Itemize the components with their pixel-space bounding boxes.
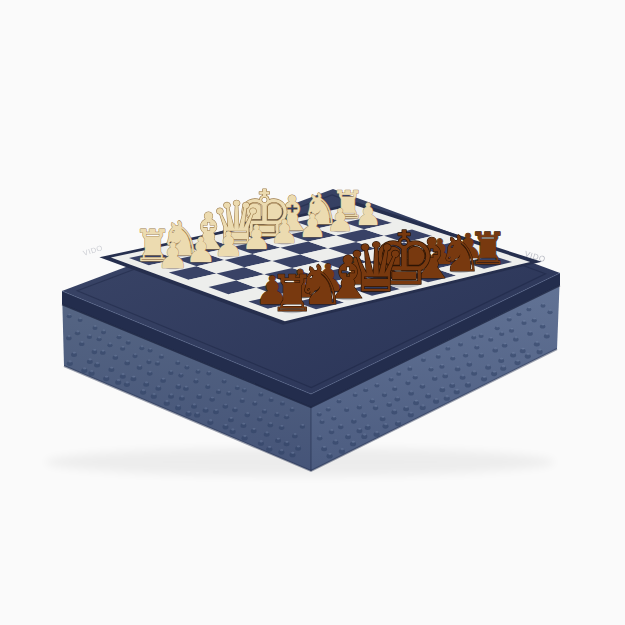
piece-white-p-e2: ♟ [270, 213, 299, 251]
piece-white-p-a2: ♟ [157, 235, 189, 276]
piece-white-p-c2: ♟ [213, 224, 243, 264]
piece-black-r-a8: ♜ [270, 264, 315, 323]
product-photo-chess-set: VIDOVIDO♜♞♟♝♟♚♟♛♟♝♟♞♟♟♜♟♜♟♟♟♞♟♝♟♚♟♛♟♝♟♞♜… [0, 0, 625, 625]
chess-set-scene: VIDOVIDO♜♞♟♝♟♚♟♛♟♝♟♞♟♟♜♟♜♟♟♟♞♟♝♟♚♟♛♟♝♟♞♜ [0, 0, 625, 625]
piece-white-p-b2: ♟ [185, 230, 216, 270]
piece-white-p-f2: ♟ [298, 207, 327, 245]
piece-white-p-d2: ♟ [242, 218, 272, 257]
